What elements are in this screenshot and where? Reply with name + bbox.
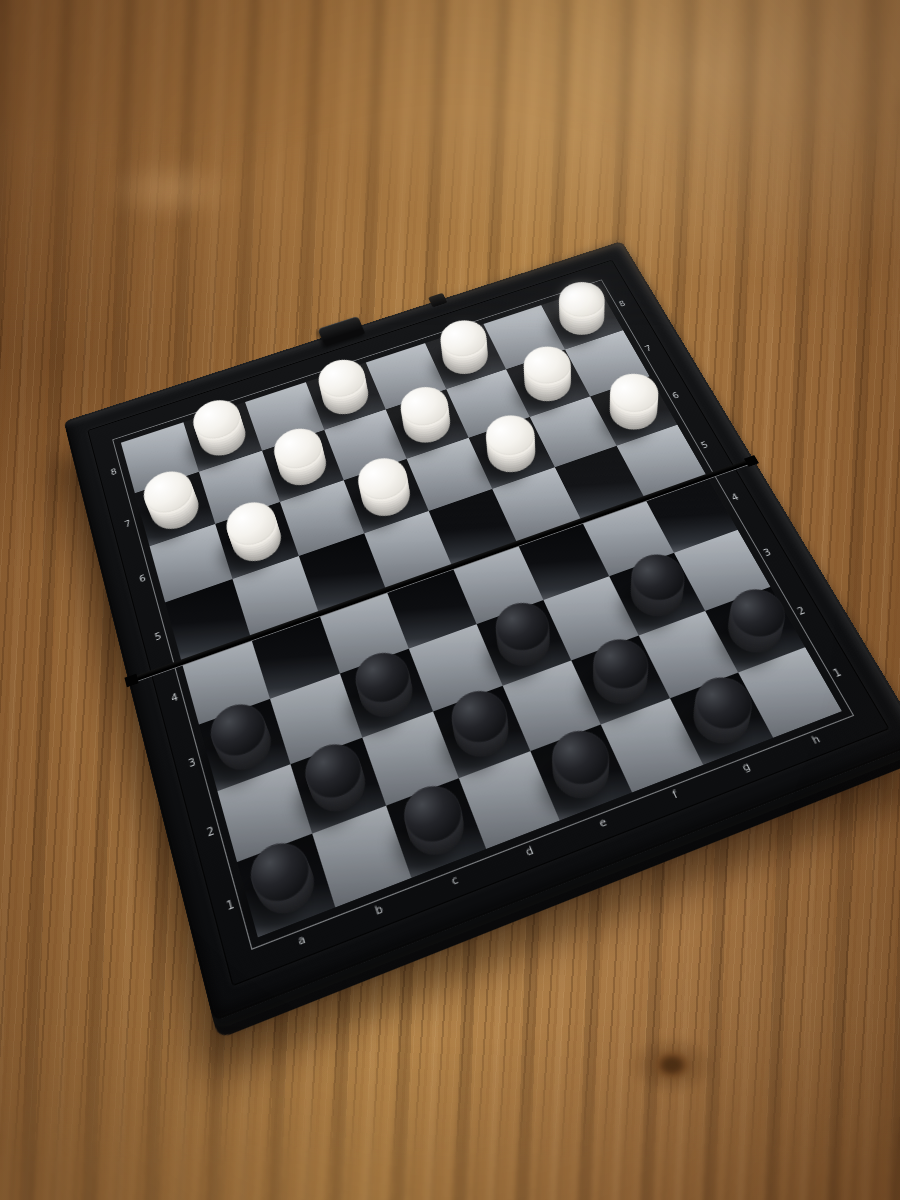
white-man-f8[interactable] (436, 333, 494, 380)
board-top-plate: abcdefgh 12345678 12345678 (64, 241, 900, 1022)
black-man-e1[interactable] (545, 738, 618, 807)
white-man-b6[interactable] (227, 513, 287, 568)
white-man-b8[interactable] (194, 412, 250, 462)
black-man-c1[interactable] (400, 792, 471, 863)
white-man-d8[interactable] (317, 372, 374, 420)
black-man-g3[interactable] (623, 564, 692, 623)
black-man-b2[interactable] (304, 751, 372, 820)
black-man-a3[interactable] (212, 712, 277, 778)
black-man-e3[interactable] (490, 612, 558, 673)
black-man-d2[interactable] (447, 699, 516, 765)
checkers-board: abcdefgh 12345678 12345678 (64, 241, 900, 1022)
white-man-h6[interactable] (602, 386, 664, 436)
depth-of-field-blur-bottom (0, 1020, 900, 1200)
white-man-e7[interactable] (397, 399, 456, 449)
white-man-f6[interactable] (481, 427, 543, 478)
black-man-g1[interactable] (684, 685, 758, 751)
photo-scene: abcdefgh 12345678 12345678 (0, 0, 900, 1200)
white-man-d6[interactable] (356, 469, 417, 522)
depth-of-field-blur-top (0, 0, 900, 330)
white-man-g7[interactable] (518, 359, 578, 407)
white-man-a7[interactable] (146, 482, 203, 535)
black-man-c3[interactable] (353, 661, 420, 725)
